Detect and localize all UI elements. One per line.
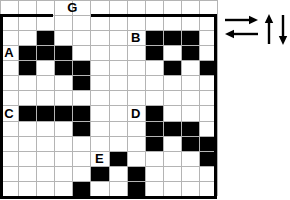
outside-cell <box>0 0 18 15</box>
puzzle-screenshot: G ABCDE <box>0 0 290 200</box>
grid-cell[interactable] <box>72 90 90 105</box>
grid-cell[interactable] <box>163 90 181 105</box>
grid-cell[interactable] <box>109 60 127 75</box>
grid-cell[interactable] <box>72 136 90 151</box>
block-cell[interactable] <box>72 105 90 120</box>
grid-cell[interactable] <box>109 75 127 90</box>
grid-cell[interactable] <box>54 151 72 166</box>
moves-legend <box>223 13 289 46</box>
outside-cell <box>54 0 72 15</box>
grid-cell[interactable] <box>145 90 163 105</box>
grid-cell[interactable] <box>163 105 181 120</box>
grid-cell[interactable] <box>145 151 163 166</box>
grid-cell[interactable] <box>145 15 163 30</box>
block-cell[interactable] <box>145 105 163 120</box>
block-cell[interactable] <box>18 60 36 75</box>
block-cell[interactable] <box>163 60 181 75</box>
block-cell[interactable] <box>127 166 145 181</box>
grid-cell[interactable] <box>163 181 181 196</box>
grid-cell[interactable] <box>18 90 36 105</box>
grid-cell[interactable] <box>163 75 181 90</box>
outside-cell <box>145 0 163 15</box>
grid-cell[interactable] <box>90 60 108 75</box>
block-cell[interactable] <box>54 105 72 120</box>
grid-cell[interactable] <box>36 166 54 181</box>
outside-cell <box>181 0 199 15</box>
block-cell[interactable] <box>145 136 163 151</box>
outside-cell <box>72 0 90 15</box>
grid-cell[interactable] <box>90 45 108 60</box>
grid-cell[interactable] <box>181 181 199 196</box>
grid-cell[interactable] <box>145 166 163 181</box>
grid-cell[interactable] <box>18 121 36 136</box>
block-cell[interactable] <box>145 121 163 136</box>
grid-cell[interactable] <box>109 121 127 136</box>
grid-cell[interactable] <box>90 75 108 90</box>
block-cell[interactable] <box>109 151 127 166</box>
block-cell[interactable] <box>181 30 199 45</box>
grid-cell[interactable] <box>90 151 108 166</box>
grid-cell[interactable] <box>127 136 145 151</box>
grid-cell[interactable] <box>18 181 36 196</box>
block-cell[interactable] <box>145 30 163 45</box>
outside-cell <box>127 0 145 15</box>
grid-cell[interactable] <box>127 30 145 45</box>
grid-cell[interactable] <box>54 136 72 151</box>
grid-cell[interactable] <box>145 75 163 90</box>
outside-cell <box>18 0 36 15</box>
grid-cell[interactable] <box>90 30 108 45</box>
grid-cell[interactable] <box>127 90 145 105</box>
border-top-left-segment <box>0 14 53 17</box>
block-cell[interactable] <box>181 45 199 60</box>
grid-cell[interactable] <box>18 166 36 181</box>
grid-cell[interactable] <box>163 15 181 30</box>
grid-cell[interactable] <box>145 60 163 75</box>
block-cell[interactable] <box>18 45 36 60</box>
grid-cell[interactable] <box>36 90 54 105</box>
grid-cell[interactable] <box>90 105 108 120</box>
block-cell[interactable] <box>163 121 181 136</box>
grid-cell[interactable] <box>109 90 127 105</box>
block-cell[interactable] <box>72 121 90 136</box>
grid-cell[interactable] <box>181 90 199 105</box>
block-cell[interactable] <box>145 45 163 60</box>
grid-cell[interactable] <box>109 15 127 30</box>
block-cell[interactable] <box>36 105 54 120</box>
grid-cell[interactable] <box>72 30 90 45</box>
grid-cell[interactable] <box>163 45 181 60</box>
grid-cell[interactable] <box>18 136 36 151</box>
grid-cell[interactable] <box>72 15 90 30</box>
grid-cell[interactable] <box>54 121 72 136</box>
outside-cell <box>109 0 127 15</box>
grid-cell[interactable] <box>181 166 199 181</box>
grid-cell[interactable] <box>54 75 72 90</box>
block-cell[interactable] <box>181 121 199 136</box>
block-cell[interactable] <box>163 30 181 45</box>
grid-cell[interactable] <box>18 15 36 30</box>
grid-cell[interactable] <box>36 60 54 75</box>
grid-cell[interactable] <box>181 15 199 30</box>
grid-cell[interactable] <box>127 75 145 90</box>
down-arrow-icon <box>279 15 287 45</box>
grid-cell[interactable] <box>145 181 163 196</box>
grid-cell[interactable] <box>54 30 72 45</box>
block-cell[interactable] <box>72 75 90 90</box>
grid-cell[interactable] <box>109 45 127 60</box>
block-cell[interactable] <box>72 181 90 196</box>
grid-cell[interactable] <box>127 15 145 30</box>
grid-cell[interactable] <box>109 105 127 120</box>
grid-cell[interactable] <box>90 136 108 151</box>
grid-cell[interactable] <box>54 15 72 30</box>
grid-cell[interactable] <box>36 15 54 30</box>
grid-cell[interactable] <box>36 121 54 136</box>
block-cell[interactable] <box>90 166 108 181</box>
grid-cell[interactable] <box>127 60 145 75</box>
block-cell[interactable] <box>127 181 145 196</box>
grid-cell[interactable] <box>54 166 72 181</box>
outside-cell <box>163 0 181 15</box>
grid-cell[interactable] <box>90 90 108 105</box>
outside-cell <box>90 0 108 15</box>
grid-cell[interactable] <box>90 15 108 30</box>
grid-cell[interactable] <box>36 136 54 151</box>
block-cell[interactable] <box>54 45 72 60</box>
grid-cell[interactable] <box>36 181 54 196</box>
grid-cell[interactable] <box>127 105 145 120</box>
border-bottom <box>0 196 217 199</box>
grid-cell[interactable] <box>109 181 127 196</box>
grid-cell[interactable] <box>36 151 54 166</box>
grid-cell[interactable] <box>109 166 127 181</box>
puzzle-grid: G ABCDE <box>0 0 218 196</box>
left-arrow-icon <box>225 30 258 38</box>
border-top-right-segment <box>91 14 217 17</box>
grid-cell[interactable] <box>72 45 90 60</box>
block-cell[interactable] <box>36 30 54 45</box>
grid-cell[interactable] <box>36 75 54 90</box>
grid-cell[interactable] <box>72 166 90 181</box>
block-cell[interactable] <box>18 105 36 120</box>
block-cell[interactable] <box>72 60 90 75</box>
grid-cell[interactable] <box>54 90 72 105</box>
grid-cell[interactable] <box>18 30 36 45</box>
block-cell[interactable] <box>36 45 54 60</box>
border-left <box>0 14 3 199</box>
grid-cell[interactable] <box>127 151 145 166</box>
grid-cell[interactable] <box>109 136 127 151</box>
grid-cell[interactable] <box>90 181 108 196</box>
grid-cell[interactable] <box>181 75 199 90</box>
grid-cell[interactable] <box>90 121 108 136</box>
grid-cell[interactable] <box>109 30 127 45</box>
grid-cell[interactable] <box>72 151 90 166</box>
grid-cell[interactable] <box>18 75 36 90</box>
block-cell[interactable] <box>54 60 72 75</box>
outside-cell <box>199 0 217 15</box>
right-arrow-icon <box>225 16 258 24</box>
grid-cell[interactable] <box>181 60 199 75</box>
grid-cell[interactable] <box>163 151 181 166</box>
grid-cell[interactable] <box>181 151 199 166</box>
grid-cell[interactable] <box>18 151 36 166</box>
grid-cell[interactable] <box>127 45 145 60</box>
grid-cell[interactable] <box>54 181 72 196</box>
grid-cell[interactable] <box>127 121 145 136</box>
block-cell[interactable] <box>181 136 199 151</box>
outside-cell <box>36 0 54 15</box>
grid-cell[interactable] <box>163 166 181 181</box>
border-right <box>214 14 217 199</box>
grid-cell[interactable] <box>163 136 181 151</box>
up-arrow-icon <box>265 14 273 44</box>
grid-cell[interactable] <box>181 105 199 120</box>
